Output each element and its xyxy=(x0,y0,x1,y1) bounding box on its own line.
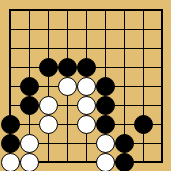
board-point[interactable] xyxy=(20,58,39,77)
board-point[interactable] xyxy=(1,1,20,20)
go-board xyxy=(0,0,171,171)
white-stone xyxy=(39,115,58,134)
board-point[interactable] xyxy=(134,20,153,39)
white-stone xyxy=(96,153,115,172)
black-stone xyxy=(1,115,20,134)
board-point[interactable] xyxy=(39,1,58,20)
board-point[interactable] xyxy=(96,153,115,172)
board-point[interactable] xyxy=(58,77,77,96)
board-point[interactable] xyxy=(96,58,115,77)
board-point[interactable] xyxy=(39,39,58,58)
board-point[interactable] xyxy=(77,96,96,115)
board-point[interactable] xyxy=(1,153,20,172)
board-point[interactable] xyxy=(134,96,153,115)
white-stone xyxy=(20,153,39,172)
board-point[interactable] xyxy=(96,96,115,115)
board-point[interactable] xyxy=(39,58,58,77)
board-point[interactable] xyxy=(20,39,39,58)
board-point[interactable] xyxy=(77,58,96,77)
board-point[interactable] xyxy=(77,134,96,153)
board-point[interactable] xyxy=(134,58,153,77)
black-stone xyxy=(96,96,115,115)
board-point[interactable] xyxy=(115,134,134,153)
board-points xyxy=(1,1,172,172)
board-point[interactable] xyxy=(96,1,115,20)
board-point[interactable] xyxy=(153,20,172,39)
board-point[interactable] xyxy=(58,96,77,115)
board-point[interactable] xyxy=(115,39,134,58)
board-point[interactable] xyxy=(58,1,77,20)
white-stone xyxy=(77,96,96,115)
board-point[interactable] xyxy=(58,134,77,153)
black-stone xyxy=(1,134,20,153)
board-point[interactable] xyxy=(115,58,134,77)
board-point[interactable] xyxy=(115,153,134,172)
board-point[interactable] xyxy=(58,153,77,172)
board-point[interactable] xyxy=(115,77,134,96)
black-stone xyxy=(96,77,115,96)
board-point[interactable] xyxy=(20,134,39,153)
black-stone xyxy=(134,115,153,134)
black-stone xyxy=(96,115,115,134)
board-point[interactable] xyxy=(134,1,153,20)
board-point[interactable] xyxy=(58,20,77,39)
board-point[interactable] xyxy=(39,20,58,39)
white-stone xyxy=(77,115,96,134)
board-point[interactable] xyxy=(134,115,153,134)
board-point[interactable] xyxy=(134,153,153,172)
board-point[interactable] xyxy=(153,115,172,134)
board-point[interactable] xyxy=(58,58,77,77)
go-board-diagram xyxy=(0,0,171,171)
board-point[interactable] xyxy=(20,153,39,172)
board-point[interactable] xyxy=(1,115,20,134)
white-stone xyxy=(58,77,77,96)
white-stone xyxy=(77,77,96,96)
board-point[interactable] xyxy=(1,39,20,58)
board-point[interactable] xyxy=(96,20,115,39)
white-stone xyxy=(96,134,115,153)
black-stone xyxy=(39,58,58,77)
board-point[interactable] xyxy=(1,134,20,153)
black-stone xyxy=(115,134,134,153)
board-point[interactable] xyxy=(153,39,172,58)
board-point[interactable] xyxy=(77,39,96,58)
board-point[interactable] xyxy=(1,20,20,39)
board-point[interactable] xyxy=(39,96,58,115)
board-point[interactable] xyxy=(115,96,134,115)
board-point[interactable] xyxy=(96,134,115,153)
board-point[interactable] xyxy=(39,153,58,172)
white-stone xyxy=(20,134,39,153)
board-point[interactable] xyxy=(96,77,115,96)
black-stone xyxy=(77,58,96,77)
board-point[interactable] xyxy=(77,153,96,172)
white-stone xyxy=(1,153,20,172)
board-point[interactable] xyxy=(134,39,153,58)
board-point[interactable] xyxy=(96,115,115,134)
board-point[interactable] xyxy=(77,115,96,134)
board-point[interactable] xyxy=(20,115,39,134)
board-point[interactable] xyxy=(153,96,172,115)
board-point[interactable] xyxy=(153,153,172,172)
board-point[interactable] xyxy=(58,39,77,58)
board-point[interactable] xyxy=(153,77,172,96)
board-point[interactable] xyxy=(20,96,39,115)
board-point[interactable] xyxy=(77,1,96,20)
board-point[interactable] xyxy=(1,58,20,77)
black-stone xyxy=(20,96,39,115)
board-point[interactable] xyxy=(1,96,20,115)
board-point[interactable] xyxy=(134,77,153,96)
board-point[interactable] xyxy=(115,1,134,20)
board-point[interactable] xyxy=(1,77,20,96)
board-point[interactable] xyxy=(58,115,77,134)
board-point[interactable] xyxy=(115,20,134,39)
board-point[interactable] xyxy=(20,20,39,39)
white-stone xyxy=(39,96,58,115)
board-point[interactable] xyxy=(39,115,58,134)
board-point[interactable] xyxy=(153,1,172,20)
black-stone xyxy=(20,77,39,96)
board-point[interactable] xyxy=(77,77,96,96)
board-point[interactable] xyxy=(39,134,58,153)
board-point[interactable] xyxy=(96,39,115,58)
board-point[interactable] xyxy=(39,77,58,96)
board-point[interactable] xyxy=(115,115,134,134)
black-stone xyxy=(115,153,134,172)
board-point[interactable] xyxy=(134,134,153,153)
board-point[interactable] xyxy=(20,77,39,96)
board-point[interactable] xyxy=(153,134,172,153)
board-point[interactable] xyxy=(20,1,39,20)
board-point[interactable] xyxy=(153,58,172,77)
board-point[interactable] xyxy=(77,20,96,39)
black-stone xyxy=(58,58,77,77)
